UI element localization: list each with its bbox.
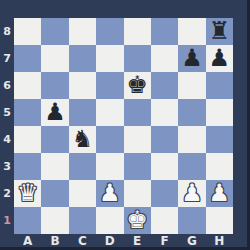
square-f2[interactable] [151,180,178,207]
square-b4[interactable] [41,126,68,153]
file-label-c: C [69,234,96,248]
square-d4[interactable] [96,126,123,153]
chess-diagram: 87654321 ♜♟♟♚♟♞♛♟♟♟♚ ABCDEFGH [0,0,250,250]
square-g6[interactable] [178,72,205,99]
square-g8[interactable] [178,18,205,45]
square-h1[interactable] [206,207,233,234]
square-a8[interactable] [14,18,41,45]
square-c2[interactable] [69,180,96,207]
square-e5[interactable] [124,99,151,126]
square-d1[interactable] [96,207,123,234]
square-a5[interactable] [14,99,41,126]
square-h3[interactable] [206,153,233,180]
square-g7[interactable]: ♟ [178,45,205,72]
file-label-g: G [178,234,205,248]
white-king-piece: ♚ [126,208,148,232]
rank-label-column: 87654321 [0,18,14,234]
black-rook-piece: ♜ [209,19,231,43]
square-e7[interactable] [124,45,151,72]
square-f5[interactable] [151,99,178,126]
square-f8[interactable] [151,18,178,45]
square-h6[interactable] [206,72,233,99]
square-h5[interactable] [206,99,233,126]
square-g3[interactable] [178,153,205,180]
file-label-f: F [151,234,178,248]
file-label-a: A [14,234,41,248]
square-d2[interactable]: ♟ [96,180,123,207]
square-c1[interactable] [69,207,96,234]
white-pawn-piece: ♟ [99,181,121,205]
square-e8[interactable] [124,18,151,45]
black-king-piece: ♚ [126,73,148,97]
rank-label-7: 7 [0,45,14,72]
square-e3[interactable] [124,153,151,180]
black-pawn-piece: ♟ [181,46,203,70]
square-h2[interactable]: ♟ [206,180,233,207]
square-d3[interactable] [96,153,123,180]
square-c5[interactable] [69,99,96,126]
square-a4[interactable] [14,126,41,153]
square-g2[interactable]: ♟ [178,180,205,207]
square-b7[interactable] [41,45,68,72]
square-e2[interactable] [124,180,151,207]
square-c4[interactable]: ♞ [69,126,96,153]
rank-label-1: 1 [0,207,14,234]
square-b1[interactable] [41,207,68,234]
square-e1[interactable]: ♚ [124,207,151,234]
square-h4[interactable] [206,126,233,153]
square-f4[interactable] [151,126,178,153]
white-pawn-piece: ♟ [209,181,231,205]
rank-label-4: 4 [0,126,14,153]
square-c7[interactable] [69,45,96,72]
white-queen-piece: ♛ [17,181,39,205]
square-a1[interactable] [14,207,41,234]
file-label-d: D [96,234,123,248]
square-g5[interactable] [178,99,205,126]
square-b6[interactable] [41,72,68,99]
square-f1[interactable] [151,207,178,234]
square-c6[interactable] [69,72,96,99]
square-f3[interactable] [151,153,178,180]
square-d5[interactable] [96,99,123,126]
black-pawn-piece: ♟ [209,46,231,70]
square-a6[interactable] [14,72,41,99]
square-c3[interactable] [69,153,96,180]
file-label-h: H [206,234,233,248]
square-g1[interactable] [178,207,205,234]
square-c8[interactable] [69,18,96,45]
rank-label-2: 2 [0,180,14,207]
rank-label-5: 5 [0,99,14,126]
square-e6[interactable]: ♚ [124,72,151,99]
square-d6[interactable] [96,72,123,99]
square-d8[interactable] [96,18,123,45]
square-e4[interactable] [124,126,151,153]
square-f7[interactable] [151,45,178,72]
rank-label-6: 6 [0,72,14,99]
square-b8[interactable] [41,18,68,45]
square-a2[interactable]: ♛ [14,180,41,207]
board-edge-right [247,0,250,250]
rank-label-8: 8 [0,18,14,45]
file-label-row: ABCDEFGH [14,234,233,248]
file-label-b: B [41,234,68,248]
square-a7[interactable] [14,45,41,72]
white-pawn-piece: ♟ [181,181,203,205]
black-knight-piece: ♞ [72,127,94,151]
file-label-e: E [124,234,151,248]
square-b2[interactable] [41,180,68,207]
square-f6[interactable] [151,72,178,99]
chess-board: ♜♟♟♚♟♞♛♟♟♟♚ [14,18,233,234]
square-h8[interactable]: ♜ [206,18,233,45]
square-d7[interactable] [96,45,123,72]
square-b5[interactable]: ♟ [41,99,68,126]
square-h7[interactable]: ♟ [206,45,233,72]
black-pawn-piece: ♟ [44,100,66,124]
square-a3[interactable] [14,153,41,180]
square-g4[interactable] [178,126,205,153]
square-b3[interactable] [41,153,68,180]
rank-label-3: 3 [0,153,14,180]
